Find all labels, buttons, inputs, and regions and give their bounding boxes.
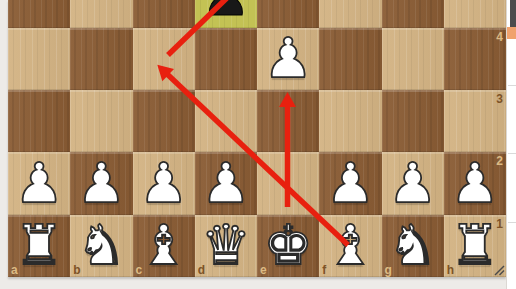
- square-c5[interactable]: [133, 0, 195, 28]
- square-a2[interactable]: ♟: [8, 152, 70, 214]
- square-c4[interactable]: [133, 28, 195, 90]
- square-g1[interactable]: ♞g: [382, 215, 444, 277]
- square-c3[interactable]: [133, 90, 195, 152]
- square-f4[interactable]: [319, 28, 381, 90]
- square-a5[interactable]: [8, 0, 70, 28]
- square-f1[interactable]: ♝f: [319, 215, 381, 277]
- file-label-d: d: [198, 264, 205, 276]
- square-g2[interactable]: ♟: [382, 152, 444, 214]
- white-pawn-b2[interactable]: ♟: [70, 152, 132, 214]
- square-a1[interactable]: ♜a: [8, 215, 70, 277]
- square-e2[interactable]: [257, 152, 319, 214]
- file-label-h: h: [447, 264, 454, 276]
- movelist-selected-move[interactable]: [507, 27, 516, 39]
- square-f5[interactable]: [319, 0, 381, 28]
- square-b2[interactable]: ♟: [70, 152, 132, 214]
- movelist-row-divider: [508, 153, 516, 154]
- square-g3[interactable]: [382, 90, 444, 152]
- movelist-row-divider: [508, 85, 516, 86]
- square-e3[interactable]: [257, 90, 319, 152]
- square-b5[interactable]: [70, 0, 132, 28]
- rank-label-1: 1: [496, 218, 503, 230]
- movelist-sidebar-sliver: [506, 0, 516, 289]
- rank-label-2: 2: [496, 155, 503, 167]
- file-label-c: c: [136, 264, 143, 276]
- white-pawn-d2[interactable]: ♟: [195, 152, 257, 214]
- file-label-f: f: [322, 264, 326, 276]
- square-a4[interactable]: [8, 28, 70, 90]
- file-label-g: g: [385, 264, 392, 276]
- chess-app-viewport: ♟♟43♟♟♟♟♟♟♟2♜a♞b♝c♛d♚e♝f♞g♜h1: [0, 0, 516, 289]
- file-label-b: b: [73, 264, 80, 276]
- white-pawn-c2[interactable]: ♟: [133, 152, 195, 214]
- square-g4[interactable]: [382, 28, 444, 90]
- square-c1[interactable]: ♝c: [133, 215, 195, 277]
- white-pawn-a2[interactable]: ♟: [8, 152, 70, 214]
- square-b3[interactable]: [70, 90, 132, 152]
- white-bishop-f1[interactable]: ♝: [319, 215, 381, 277]
- white-pawn-f2[interactable]: ♟: [319, 152, 381, 214]
- board-grid: ♟♟43♟♟♟♟♟♟♟2♜a♞b♝c♛d♚e♝f♞g♜h1: [8, 0, 506, 277]
- square-a3[interactable]: [8, 90, 70, 152]
- board-resize-handle[interactable]: [494, 265, 505, 276]
- square-f3[interactable]: [319, 90, 381, 152]
- square-d4[interactable]: [195, 28, 257, 90]
- white-pawn-g2[interactable]: ♟: [382, 152, 444, 214]
- square-e5[interactable]: [257, 0, 319, 28]
- square-d3[interactable]: [195, 90, 257, 152]
- square-b4[interactable]: [70, 28, 132, 90]
- file-label-e: e: [260, 264, 267, 276]
- square-h3[interactable]: 3: [444, 90, 506, 152]
- movelist-row-divider: [508, 222, 516, 223]
- white-pawn-e4[interactable]: ♟: [257, 28, 319, 90]
- black-pawn-d5[interactable]: ♟: [195, 0, 257, 28]
- square-d2[interactable]: ♟: [195, 152, 257, 214]
- file-label-a: a: [11, 264, 18, 276]
- square-d5[interactable]: ♟: [195, 0, 257, 28]
- square-g5[interactable]: [382, 0, 444, 28]
- square-h4[interactable]: 4: [444, 28, 506, 90]
- square-e1[interactable]: ♚e: [257, 215, 319, 277]
- square-h2[interactable]: ♟2: [444, 152, 506, 214]
- square-b1[interactable]: ♞b: [70, 215, 132, 277]
- square-h5[interactable]: [444, 0, 506, 28]
- rank-label-3: 3: [496, 93, 503, 105]
- square-e4[interactable]: ♟: [257, 28, 319, 90]
- scrollbar-thumb[interactable]: [510, 0, 516, 27]
- square-c2[interactable]: ♟: [133, 152, 195, 214]
- square-d1[interactable]: ♛d: [195, 215, 257, 277]
- rank-label-4: 4: [496, 31, 503, 43]
- square-f2[interactable]: ♟: [319, 152, 381, 214]
- chess-board[interactable]: ♟♟43♟♟♟♟♟♟♟2♜a♞b♝c♛d♚e♝f♞g♜h1: [8, 0, 506, 277]
